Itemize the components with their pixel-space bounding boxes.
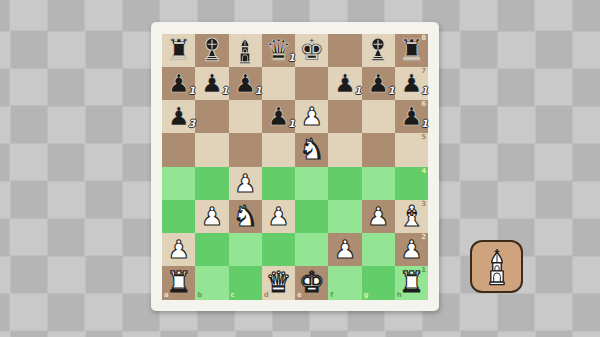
square-f2[interactable]: ♟ xyxy=(328,233,361,266)
square-c6[interactable] xyxy=(229,100,262,133)
white-pawn: ♟ xyxy=(267,200,289,233)
rank-label: 6 xyxy=(421,100,426,108)
count-badge: 3 xyxy=(188,118,195,129)
square-a7[interactable]: ♟1 xyxy=(162,67,195,100)
square-f6[interactable] xyxy=(328,100,361,133)
black-pawn: ♟ xyxy=(234,67,256,100)
square-e7[interactable] xyxy=(295,67,328,100)
square-e2[interactable] xyxy=(295,233,328,266)
chalice-piece-icon xyxy=(367,36,389,64)
white-pawn: ♟ xyxy=(167,233,189,266)
square-f5[interactable] xyxy=(328,133,361,166)
square-b1[interactable]: b xyxy=(195,266,228,299)
square-e3[interactable] xyxy=(295,200,328,233)
square-b7[interactable]: ♟1 xyxy=(195,67,228,100)
white-pawn: ♟ xyxy=(334,233,356,266)
black-pawn: ♟ xyxy=(400,67,422,100)
square-e6[interactable]: ♟ xyxy=(295,100,328,133)
square-f1[interactable]: f xyxy=(328,266,361,299)
black-tower-piece xyxy=(235,35,255,65)
square-d5[interactable] xyxy=(262,133,295,166)
square-e4[interactable] xyxy=(295,167,328,200)
square-a1[interactable]: ♜a xyxy=(162,266,195,299)
file-label: f xyxy=(330,291,333,299)
square-a3[interactable] xyxy=(162,200,195,233)
black-chalice-piece xyxy=(367,36,389,64)
count-badge: 1 xyxy=(288,52,295,63)
white-pawn: ♟ xyxy=(400,233,422,266)
square-h3[interactable]: ♝3 xyxy=(395,200,428,233)
file-label: e xyxy=(297,291,302,299)
square-c5[interactable] xyxy=(229,133,262,166)
black-rook: ♜ xyxy=(166,34,192,67)
black-pawn: ♟ xyxy=(167,100,189,133)
square-a6[interactable]: ♟3 xyxy=(162,100,195,133)
square-c7[interactable]: ♟1 xyxy=(229,67,262,100)
black-pawn: ♟ xyxy=(267,100,289,133)
square-g1[interactable]: g xyxy=(362,266,395,299)
white-pawn: ♟ xyxy=(367,200,389,233)
square-h6[interactable]: ♟16 xyxy=(395,100,428,133)
square-g5[interactable] xyxy=(362,133,395,166)
square-b8[interactable] xyxy=(195,34,228,67)
square-d2[interactable] xyxy=(262,233,295,266)
square-f3[interactable] xyxy=(328,200,361,233)
rank-label: 4 xyxy=(421,167,426,175)
file-label: g xyxy=(364,291,369,299)
square-h7[interactable]: ♟17 xyxy=(395,67,428,100)
white-knight: ♞ xyxy=(232,200,258,233)
rank-label: 5 xyxy=(421,133,426,141)
rank-label: 8 xyxy=(421,34,426,42)
rank-label: 1 xyxy=(421,266,426,274)
count-badge: 1 xyxy=(288,118,295,129)
square-d3[interactable]: ♟ xyxy=(262,200,295,233)
rank-label: 2 xyxy=(421,233,426,241)
square-h8[interactable]: ♜8 xyxy=(395,34,428,67)
count-badge: 1 xyxy=(388,85,395,96)
chess-board: ♜ ♛1♚ ♜8♟1♟1♟1♟1 xyxy=(162,34,428,300)
piece-button-tower[interactable] xyxy=(470,240,523,293)
square-a2[interactable]: ♟ xyxy=(162,233,195,266)
square-f4[interactable] xyxy=(328,167,361,200)
black-chalice-piece xyxy=(201,36,223,64)
black-king: ♚ xyxy=(299,34,325,67)
square-b5[interactable] xyxy=(195,133,228,166)
square-e5[interactable]: ♞ xyxy=(295,133,328,166)
square-g8[interactable] xyxy=(362,34,395,67)
white-queen: ♛ xyxy=(265,266,291,299)
count-badge: 1 xyxy=(222,85,229,96)
square-b2[interactable] xyxy=(195,233,228,266)
square-a8[interactable]: ♜ xyxy=(162,34,195,67)
square-b6[interactable] xyxy=(195,100,228,133)
file-label: b xyxy=(197,291,202,299)
file-label: d xyxy=(264,291,269,299)
count-badge: 1 xyxy=(188,85,195,96)
square-a5[interactable] xyxy=(162,133,195,166)
square-d8[interactable]: ♛1 xyxy=(262,34,295,67)
white-rook: ♜ xyxy=(166,266,192,299)
square-b3[interactable]: ♟ xyxy=(195,200,228,233)
chess-board-frame: ♜ ♛1♚ ♜8♟1♟1♟1♟1 xyxy=(151,22,439,311)
square-g3[interactable]: ♟ xyxy=(362,200,395,233)
rank-label: 3 xyxy=(421,200,426,208)
white-pawn: ♟ xyxy=(201,200,223,233)
white-pawn: ♟ xyxy=(300,100,322,133)
tower-piece-icon xyxy=(235,35,255,65)
square-g6[interactable] xyxy=(362,100,395,133)
square-g4[interactable] xyxy=(362,167,395,200)
white-king: ♚ xyxy=(299,266,325,299)
black-pawn: ♟ xyxy=(367,67,389,100)
square-d7[interactable] xyxy=(262,67,295,100)
square-g7[interactable]: ♟1 xyxy=(362,67,395,100)
square-b4[interactable] xyxy=(195,167,228,200)
black-pawn: ♟ xyxy=(167,67,189,100)
white-knight: ♞ xyxy=(299,133,325,166)
square-c2[interactable] xyxy=(229,233,262,266)
square-h4[interactable]: 4 xyxy=(395,167,428,200)
file-label: h xyxy=(397,291,402,299)
square-d4[interactable] xyxy=(262,167,295,200)
white-pawn: ♟ xyxy=(234,167,256,200)
square-g2[interactable] xyxy=(362,233,395,266)
square-h5[interactable]: 5 xyxy=(395,133,428,166)
square-a4[interactable] xyxy=(162,167,195,200)
square-c1[interactable]: c xyxy=(229,266,262,299)
black-pawn: ♟ xyxy=(201,67,223,100)
square-c3[interactable]: ♞ xyxy=(229,200,262,233)
square-e1[interactable]: ♚e xyxy=(295,266,328,299)
black-pawn: ♟ xyxy=(334,67,356,100)
file-label: a xyxy=(164,291,169,299)
chalice-piece-icon xyxy=(201,36,223,64)
square-e8[interactable]: ♚ xyxy=(295,34,328,67)
square-f7[interactable]: ♟1 xyxy=(328,67,361,100)
square-d1[interactable]: ♛d xyxy=(262,266,295,299)
count-badge: 1 xyxy=(421,85,428,96)
count-badge: 1 xyxy=(355,85,362,96)
count-badge: 1 xyxy=(255,85,262,96)
tower-piece-icon xyxy=(484,248,510,286)
count-badge: 1 xyxy=(421,118,428,129)
square-c4[interactable]: ♟ xyxy=(229,167,262,200)
rank-label: 7 xyxy=(421,67,426,75)
file-label: c xyxy=(231,291,235,299)
square-c8[interactable] xyxy=(229,34,262,67)
square-h1[interactable]: ♜1h xyxy=(395,266,428,299)
transparency-checker-background: ♜ ♛1♚ ♜8♟1♟1♟1♟1 xyxy=(0,0,600,337)
square-h2[interactable]: ♟2 xyxy=(395,233,428,266)
black-pawn: ♟ xyxy=(400,100,422,133)
square-d6[interactable]: ♟1 xyxy=(262,100,295,133)
square-f8[interactable] xyxy=(328,34,361,67)
